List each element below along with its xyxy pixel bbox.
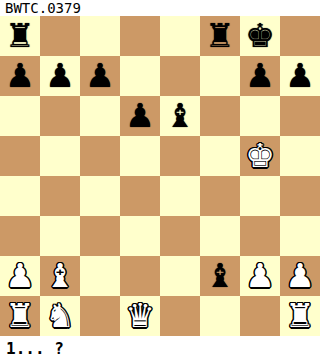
square-c1[interactable] bbox=[80, 296, 120, 336]
piece-white-pawn: ♟ bbox=[285, 256, 315, 296]
square-h3[interactable] bbox=[280, 216, 320, 256]
square-g7[interactable]: ♟ bbox=[240, 56, 280, 96]
piece-white-king: ♚ bbox=[245, 136, 275, 176]
square-d4[interactable] bbox=[120, 176, 160, 216]
piece-white-pawn: ♟ bbox=[245, 256, 275, 296]
square-g8[interactable]: ♚ bbox=[240, 16, 280, 56]
square-a6[interactable] bbox=[0, 96, 40, 136]
square-f1[interactable] bbox=[200, 296, 240, 336]
chess-board: ♜♜♚♟♟♟♟♟♟♝♚♟♝♝♟♟♜♞♛♜ bbox=[0, 16, 320, 336]
square-e6[interactable]: ♝ bbox=[160, 96, 200, 136]
square-h2[interactable]: ♟ bbox=[280, 256, 320, 296]
square-h6[interactable] bbox=[280, 96, 320, 136]
square-c8[interactable] bbox=[80, 16, 120, 56]
piece-black-king: ♚ bbox=[245, 16, 275, 56]
square-c5[interactable] bbox=[80, 136, 120, 176]
square-h4[interactable] bbox=[280, 176, 320, 216]
square-d2[interactable] bbox=[120, 256, 160, 296]
piece-black-rook: ♜ bbox=[205, 16, 235, 56]
square-a2[interactable]: ♟ bbox=[0, 256, 40, 296]
square-d8[interactable] bbox=[120, 16, 160, 56]
piece-black-pawn: ♟ bbox=[85, 56, 115, 96]
square-e3[interactable] bbox=[160, 216, 200, 256]
piece-white-rook: ♜ bbox=[285, 296, 315, 336]
square-b5[interactable] bbox=[40, 136, 80, 176]
piece-black-pawn: ♟ bbox=[125, 96, 155, 136]
square-e5[interactable] bbox=[160, 136, 200, 176]
square-b6[interactable] bbox=[40, 96, 80, 136]
square-f2[interactable]: ♝ bbox=[200, 256, 240, 296]
square-e2[interactable] bbox=[160, 256, 200, 296]
square-d5[interactable] bbox=[120, 136, 160, 176]
piece-black-bishop: ♝ bbox=[165, 96, 195, 136]
square-c7[interactable]: ♟ bbox=[80, 56, 120, 96]
square-g6[interactable] bbox=[240, 96, 280, 136]
square-c4[interactable] bbox=[80, 176, 120, 216]
square-d6[interactable]: ♟ bbox=[120, 96, 160, 136]
square-a4[interactable] bbox=[0, 176, 40, 216]
square-e4[interactable] bbox=[160, 176, 200, 216]
square-a8[interactable]: ♜ bbox=[0, 16, 40, 56]
square-g5[interactable]: ♚ bbox=[240, 136, 280, 176]
square-d1[interactable]: ♛ bbox=[120, 296, 160, 336]
square-d7[interactable] bbox=[120, 56, 160, 96]
square-a7[interactable]: ♟ bbox=[0, 56, 40, 96]
square-f4[interactable] bbox=[200, 176, 240, 216]
square-f8[interactable]: ♜ bbox=[200, 16, 240, 56]
square-f7[interactable] bbox=[200, 56, 240, 96]
square-f3[interactable] bbox=[200, 216, 240, 256]
square-c2[interactable] bbox=[80, 256, 120, 296]
square-b2[interactable]: ♝ bbox=[40, 256, 80, 296]
piece-black-pawn: ♟ bbox=[5, 56, 35, 96]
square-a1[interactable]: ♜ bbox=[0, 296, 40, 336]
square-b1[interactable]: ♞ bbox=[40, 296, 80, 336]
square-h7[interactable]: ♟ bbox=[280, 56, 320, 96]
move-prompt: 1... ? bbox=[0, 336, 320, 360]
square-b3[interactable] bbox=[40, 216, 80, 256]
square-e1[interactable] bbox=[160, 296, 200, 336]
square-b4[interactable] bbox=[40, 176, 80, 216]
square-a3[interactable] bbox=[0, 216, 40, 256]
square-e8[interactable] bbox=[160, 16, 200, 56]
piece-white-bishop: ♝ bbox=[45, 256, 75, 296]
square-b8[interactable] bbox=[40, 16, 80, 56]
piece-black-pawn: ♟ bbox=[245, 56, 275, 96]
square-h8[interactable] bbox=[280, 16, 320, 56]
piece-white-queen: ♛ bbox=[125, 296, 155, 336]
square-g3[interactable] bbox=[240, 216, 280, 256]
square-a5[interactable] bbox=[0, 136, 40, 176]
chess-app-window: BWTC.0379 ♜♜♚♟♟♟♟♟♟♝♚♟♝♝♟♟♜♞♛♜ 1... ? bbox=[0, 0, 320, 360]
square-d3[interactable] bbox=[120, 216, 160, 256]
square-c6[interactable] bbox=[80, 96, 120, 136]
square-h5[interactable] bbox=[280, 136, 320, 176]
square-c3[interactable] bbox=[80, 216, 120, 256]
piece-white-knight: ♞ bbox=[45, 296, 75, 336]
square-e7[interactable] bbox=[160, 56, 200, 96]
square-f6[interactable] bbox=[200, 96, 240, 136]
square-b7[interactable]: ♟ bbox=[40, 56, 80, 96]
square-h1[interactable]: ♜ bbox=[280, 296, 320, 336]
piece-black-pawn: ♟ bbox=[285, 56, 315, 96]
square-f5[interactable] bbox=[200, 136, 240, 176]
piece-white-rook: ♜ bbox=[5, 296, 35, 336]
puzzle-title: BWTC.0379 bbox=[0, 0, 320, 16]
square-g4[interactable] bbox=[240, 176, 280, 216]
piece-black-bishop: ♝ bbox=[205, 256, 235, 296]
square-g2[interactable]: ♟ bbox=[240, 256, 280, 296]
piece-white-pawn: ♟ bbox=[5, 256, 35, 296]
square-g1[interactable] bbox=[240, 296, 280, 336]
piece-black-pawn: ♟ bbox=[45, 56, 75, 96]
piece-black-rook: ♜ bbox=[5, 16, 35, 56]
